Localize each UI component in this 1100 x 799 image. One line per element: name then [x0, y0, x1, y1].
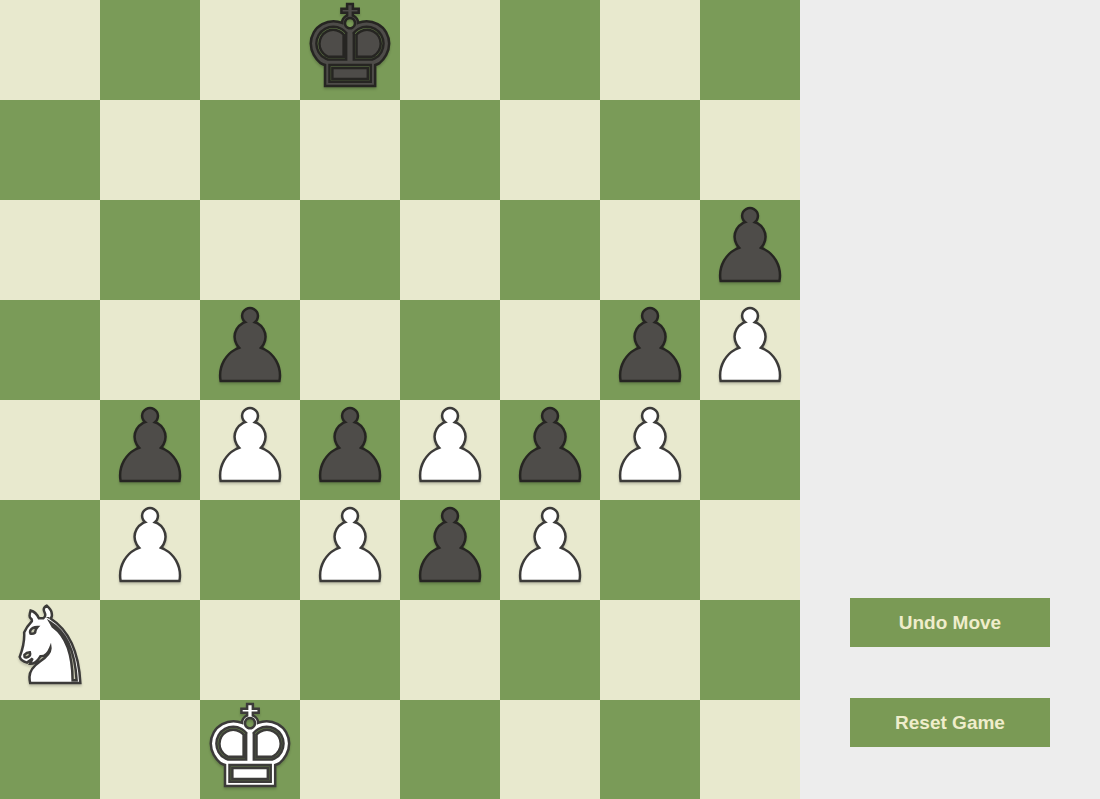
square-h1[interactable]	[700, 700, 800, 799]
square-a2[interactable]: ♞	[0, 600, 100, 700]
square-g6[interactable]	[600, 200, 700, 300]
square-d8[interactable]: ♚	[300, 0, 400, 100]
square-b7[interactable]	[100, 100, 200, 200]
square-c3[interactable]	[200, 500, 300, 600]
square-g8[interactable]	[600, 0, 700, 100]
square-d3[interactable]: ♟	[300, 500, 400, 600]
square-f7[interactable]	[500, 100, 600, 200]
square-d1[interactable]	[300, 700, 400, 799]
piece-black-king[interactable]: ♚	[300, 0, 400, 103]
square-c6[interactable]	[200, 200, 300, 300]
square-d7[interactable]	[300, 100, 400, 200]
square-h5[interactable]: ♟	[700, 300, 800, 400]
piece-white-pawn[interactable]: ♟	[405, 397, 495, 497]
square-f3[interactable]: ♟	[500, 500, 600, 600]
square-f4[interactable]: ♟	[500, 400, 600, 500]
reset-game-button[interactable]: Reset Game	[850, 698, 1050, 747]
piece-white-pawn[interactable]: ♟	[105, 497, 195, 597]
square-b5[interactable]	[100, 300, 200, 400]
square-e5[interactable]	[400, 300, 500, 400]
square-f2[interactable]	[500, 600, 600, 700]
square-d4[interactable]: ♟	[300, 400, 400, 500]
square-e1[interactable]	[400, 700, 500, 799]
square-d6[interactable]	[300, 200, 400, 300]
square-g5[interactable]: ♟	[600, 300, 700, 400]
square-f1[interactable]	[500, 700, 600, 799]
piece-white-knight[interactable]: ♞	[2, 594, 97, 700]
square-b4[interactable]: ♟	[100, 400, 200, 500]
square-g1[interactable]	[600, 700, 700, 799]
square-f8[interactable]	[500, 0, 600, 100]
square-h6[interactable]: ♟	[700, 200, 800, 300]
square-a5[interactable]	[0, 300, 100, 400]
square-h7[interactable]	[700, 100, 800, 200]
square-h4[interactable]	[700, 400, 800, 500]
square-g4[interactable]: ♟	[600, 400, 700, 500]
square-h8[interactable]	[700, 0, 800, 100]
side-panel: Undo Move Reset Game	[800, 0, 1100, 799]
undo-move-button[interactable]: Undo Move	[850, 598, 1050, 647]
piece-black-pawn[interactable]: ♟	[705, 197, 795, 297]
square-h3[interactable]	[700, 500, 800, 600]
square-a1[interactable]	[0, 700, 100, 799]
piece-white-pawn[interactable]: ♟	[705, 297, 795, 397]
square-b2[interactable]	[100, 600, 200, 700]
piece-black-pawn[interactable]: ♟	[105, 397, 195, 497]
square-b3[interactable]: ♟	[100, 500, 200, 600]
square-g3[interactable]	[600, 500, 700, 600]
square-a8[interactable]	[0, 0, 100, 100]
square-e4[interactable]: ♟	[400, 400, 500, 500]
square-a4[interactable]	[0, 400, 100, 500]
square-e6[interactable]	[400, 200, 500, 300]
square-d5[interactable]	[300, 300, 400, 400]
square-c4[interactable]: ♟	[200, 400, 300, 500]
chess-board: ♚♟♟♟♟♟♟♟♟♟♟♟♟♟♟♞♚	[0, 0, 800, 799]
square-a6[interactable]	[0, 200, 100, 300]
square-b8[interactable]	[100, 0, 200, 100]
square-g7[interactable]	[600, 100, 700, 200]
piece-white-pawn[interactable]: ♟	[605, 397, 695, 497]
square-c8[interactable]	[200, 0, 300, 100]
square-e7[interactable]	[400, 100, 500, 200]
piece-black-pawn[interactable]: ♟	[605, 297, 695, 397]
square-e2[interactable]	[400, 600, 500, 700]
square-b6[interactable]	[100, 200, 200, 300]
piece-black-pawn[interactable]: ♟	[305, 397, 395, 497]
square-c7[interactable]	[200, 100, 300, 200]
square-f6[interactable]	[500, 200, 600, 300]
chess-app: ♚♟♟♟♟♟♟♟♟♟♟♟♟♟♟♞♚ Undo Move Reset Game	[0, 0, 1100, 799]
piece-white-pawn[interactable]: ♟	[305, 497, 395, 597]
square-e3[interactable]: ♟	[400, 500, 500, 600]
piece-black-pawn[interactable]: ♟	[205, 297, 295, 397]
piece-black-pawn[interactable]: ♟	[505, 397, 595, 497]
square-e8[interactable]	[400, 0, 500, 100]
square-a7[interactable]	[0, 100, 100, 200]
square-d2[interactable]	[300, 600, 400, 700]
square-f5[interactable]	[500, 300, 600, 400]
piece-white-king[interactable]: ♚	[200, 691, 300, 799]
square-b1[interactable]	[100, 700, 200, 799]
piece-white-pawn[interactable]: ♟	[505, 497, 595, 597]
square-h2[interactable]	[700, 600, 800, 700]
square-c1[interactable]: ♚	[200, 700, 300, 799]
piece-black-pawn[interactable]: ♟	[405, 497, 495, 597]
square-g2[interactable]	[600, 600, 700, 700]
square-c5[interactable]: ♟	[200, 300, 300, 400]
piece-white-pawn[interactable]: ♟	[205, 397, 295, 497]
